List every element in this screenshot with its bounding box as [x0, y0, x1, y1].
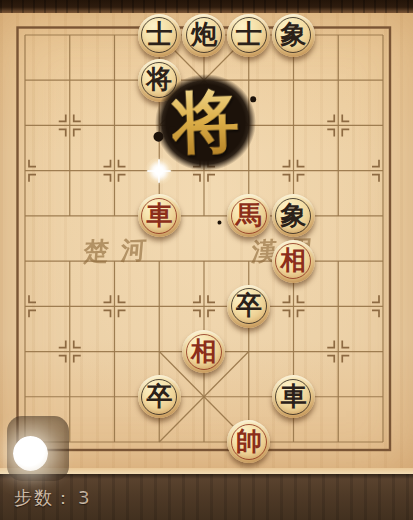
piece-black-chariot[interactable]: 車 — [272, 375, 315, 418]
move-counter-value: 3 — [78, 487, 91, 508]
piece-glyph: 馬 — [236, 202, 262, 228]
piece-glyph: 帥 — [236, 428, 262, 454]
piece-red-elephant[interactable]: 相 — [182, 330, 225, 373]
check-banner-text: 将 — [170, 76, 241, 169]
piece-glyph: 車 — [280, 383, 306, 409]
assistive-touch-button[interactable] — [7, 416, 69, 481]
move-counter-label: 步数： — [14, 487, 74, 508]
piece-glyph: 卒 — [236, 292, 262, 318]
game-screen: 楚河 漢界 士炮士象将車馬象相卒相卒車帥 将 步数：3 — [0, 0, 413, 520]
piece-red-elephant[interactable]: 相 — [272, 240, 315, 283]
piece-glyph: 象 — [280, 202, 306, 228]
piece-black-soldier[interactable]: 卒 — [138, 375, 181, 418]
piece-black-advisor[interactable]: 士 — [227, 14, 270, 57]
piece-black-elephant[interactable]: 象 — [272, 14, 315, 57]
piece-red-general[interactable]: 帥 — [227, 420, 270, 463]
piece-black-advisor[interactable]: 士 — [138, 14, 181, 57]
piece-black-cannon[interactable]: 炮 — [182, 14, 225, 57]
piece-black-elephant[interactable]: 象 — [272, 194, 315, 237]
piece-glyph: 士 — [236, 21, 262, 47]
piece-black-soldier[interactable]: 卒 — [227, 285, 270, 328]
piece-glyph: 車 — [146, 202, 172, 228]
piece-glyph: 炮 — [191, 21, 217, 47]
piece-red-chariot[interactable]: 車 — [138, 194, 181, 237]
bottom-wood-frame: 步数：3 — [0, 474, 413, 520]
piece-glyph: 相 — [280, 247, 306, 273]
piece-glyph: 相 — [191, 338, 217, 364]
move-counter: 步数：3 — [14, 486, 91, 510]
piece-red-horse[interactable]: 馬 — [227, 194, 270, 237]
piece-glyph: 象 — [280, 21, 306, 47]
piece-glyph: 士 — [146, 21, 172, 47]
touch-indicator-dot — [13, 436, 48, 471]
top-wood-frame — [0, 0, 413, 13]
piece-glyph: 卒 — [146, 383, 172, 409]
